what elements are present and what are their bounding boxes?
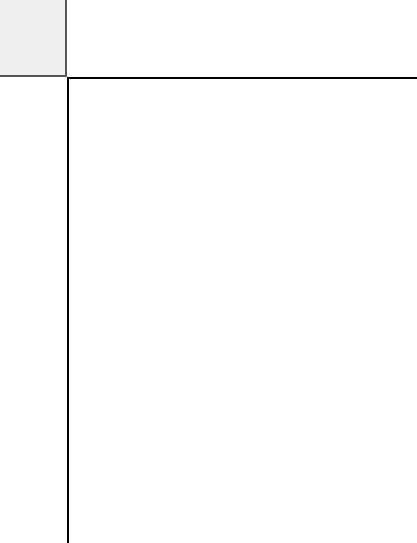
corner-watermark: [0, 0, 67, 77]
column-clues-area: [67, 0, 417, 77]
nonogram-page: [0, 0, 417, 543]
nonogram-board[interactable]: [67, 77, 417, 543]
row-clues-area: [0, 77, 67, 543]
